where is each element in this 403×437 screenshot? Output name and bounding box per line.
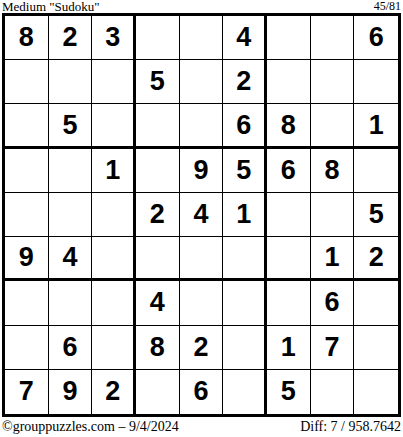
sudoku-cell-r6c3[interactable] — [92, 237, 136, 281]
sudoku-cell-r1c6[interactable]: 4 — [223, 16, 267, 60]
sudoku-cell-r5c9[interactable]: 5 — [354, 193, 398, 237]
sudoku-cell-r7c3[interactable] — [92, 281, 136, 325]
sudoku-cell-r2c5[interactable] — [180, 60, 224, 104]
sudoku-cell-r6c6[interactable] — [223, 237, 267, 281]
sudoku-cell-r2c7[interactable] — [267, 60, 311, 104]
sudoku-cell-r8c9[interactable] — [354, 326, 398, 370]
sudoku-cell-r4c8[interactable]: 8 — [311, 149, 355, 193]
sudoku-cell-r5c2[interactable] — [49, 193, 93, 237]
sudoku-cell-r4c7[interactable]: 6 — [267, 149, 311, 193]
sudoku-cell-r1c1[interactable]: 8 — [5, 16, 49, 60]
sudoku-cell-r6c5[interactable] — [180, 237, 224, 281]
sudoku-cell-r3c2[interactable]: 5 — [49, 104, 93, 148]
footer: ©grouppuzzles.com – 9/4/2024 Diff: 7 / 9… — [2, 419, 401, 435]
sudoku-cell-r1c9[interactable]: 6 — [354, 16, 398, 60]
sudoku-cell-r1c4[interactable] — [136, 16, 180, 60]
sudoku-cell-r9c6[interactable] — [223, 370, 267, 414]
sudoku-cell-r7c4[interactable]: 4 — [136, 281, 180, 325]
sudoku-cell-r2c2[interactable] — [49, 60, 93, 104]
sudoku-cell-r4c3[interactable]: 1 — [92, 149, 136, 193]
sudoku-cell-r5c3[interactable] — [92, 193, 136, 237]
sudoku-cell-r9c1[interactable]: 7 — [5, 370, 49, 414]
sudoku-cell-r3c8[interactable] — [311, 104, 355, 148]
sudoku-cell-r9c5[interactable]: 6 — [180, 370, 224, 414]
sudoku-cell-r2c8[interactable] — [311, 60, 355, 104]
sudoku-cell-r5c4[interactable]: 2 — [136, 193, 180, 237]
sudoku-cell-r9c4[interactable] — [136, 370, 180, 414]
sudoku-cell-r6c4[interactable] — [136, 237, 180, 281]
sudoku-cell-r5c8[interactable] — [311, 193, 355, 237]
sudoku-cell-r2c9[interactable] — [354, 60, 398, 104]
sudoku-cell-r8c8[interactable]: 7 — [311, 326, 355, 370]
sudoku-cell-r3c3[interactable] — [92, 104, 136, 148]
sudoku-cell-r8c2[interactable]: 6 — [49, 326, 93, 370]
sudoku-cell-r5c7[interactable] — [267, 193, 311, 237]
sudoku-cell-r9c9[interactable] — [354, 370, 398, 414]
sudoku-cell-r2c6[interactable]: 2 — [223, 60, 267, 104]
sudoku-cell-r3c9[interactable]: 1 — [354, 104, 398, 148]
sudoku-cell-r7c6[interactable] — [223, 281, 267, 325]
header: Medium "Sudoku" 45/81 — [2, 0, 401, 13]
sudoku-cell-r8c4[interactable]: 8 — [136, 326, 180, 370]
sudoku-cell-r2c3[interactable] — [92, 60, 136, 104]
sudoku-cell-r1c2[interactable]: 2 — [49, 16, 93, 60]
sudoku-cell-r4c2[interactable] — [49, 149, 93, 193]
sudoku-cell-r5c6[interactable]: 1 — [223, 193, 267, 237]
sudoku-cell-r3c4[interactable] — [136, 104, 180, 148]
sudoku-cell-r7c5[interactable] — [180, 281, 224, 325]
sudoku-cell-r5c1[interactable] — [5, 193, 49, 237]
sudoku-cell-r3c5[interactable] — [180, 104, 224, 148]
sudoku-cell-r8c3[interactable] — [92, 326, 136, 370]
sudoku-cell-r9c2[interactable]: 9 — [49, 370, 93, 414]
sudoku-board: 823465256811956824159412466821779265 — [2, 13, 401, 417]
copyright-date: ©grouppuzzles.com – 9/4/2024 — [2, 419, 179, 435]
empty-cell-counter: 45/81 — [374, 0, 401, 13]
difficulty-rating: Diff: 7 / 958.7642 — [300, 419, 401, 435]
sudoku-cell-r6c1[interactable]: 9 — [5, 237, 49, 281]
sudoku-cell-r3c7[interactable]: 8 — [267, 104, 311, 148]
sudoku-cell-r1c7[interactable] — [267, 16, 311, 60]
sudoku-cell-r2c1[interactable] — [5, 60, 49, 104]
sudoku-cell-r8c7[interactable]: 1 — [267, 326, 311, 370]
sudoku-cell-r6c7[interactable] — [267, 237, 311, 281]
sudoku-cell-r4c6[interactable]: 5 — [223, 149, 267, 193]
sudoku-cell-r6c9[interactable]: 2 — [354, 237, 398, 281]
sudoku-cell-r7c9[interactable] — [354, 281, 398, 325]
sudoku-cell-r4c4[interactable] — [136, 149, 180, 193]
sudoku-cell-r4c5[interactable]: 9 — [180, 149, 224, 193]
sudoku-cell-r1c8[interactable] — [311, 16, 355, 60]
sudoku-cell-r7c8[interactable]: 6 — [311, 281, 355, 325]
sudoku-cell-r8c6[interactable] — [223, 326, 267, 370]
sudoku-cell-r2c4[interactable]: 5 — [136, 60, 180, 104]
sudoku-cell-r3c6[interactable]: 6 — [223, 104, 267, 148]
sudoku-cell-r7c7[interactable] — [267, 281, 311, 325]
sudoku-cell-r3c1[interactable] — [5, 104, 49, 148]
sudoku-cell-r9c3[interactable]: 2 — [92, 370, 136, 414]
sudoku-cell-r6c8[interactable]: 1 — [311, 237, 355, 281]
sudoku-cell-r1c5[interactable] — [180, 16, 224, 60]
sudoku-page: Medium "Sudoku" 45/81 823465256811956824… — [0, 0, 403, 437]
sudoku-cell-r4c9[interactable] — [354, 149, 398, 193]
sudoku-cell-r6c2[interactable]: 4 — [49, 237, 93, 281]
sudoku-cell-r5c5[interactable]: 4 — [180, 193, 224, 237]
sudoku-cell-r8c1[interactable] — [5, 326, 49, 370]
sudoku-cell-r9c7[interactable]: 5 — [267, 370, 311, 414]
sudoku-cell-r4c1[interactable] — [5, 149, 49, 193]
sudoku-cell-r9c8[interactable] — [311, 370, 355, 414]
sudoku-cell-r7c2[interactable] — [49, 281, 93, 325]
sudoku-cell-r8c5[interactable]: 2 — [180, 326, 224, 370]
puzzle-title: Medium "Sudoku" — [2, 0, 100, 13]
sudoku-cell-r7c1[interactable] — [5, 281, 49, 325]
sudoku-cell-r1c3[interactable]: 3 — [92, 16, 136, 60]
